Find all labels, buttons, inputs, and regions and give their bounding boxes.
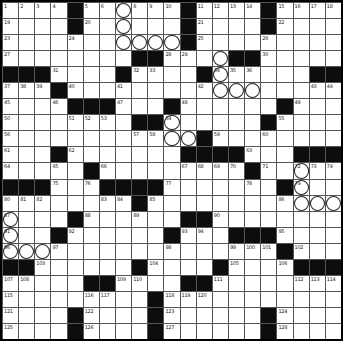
white-square-r13c7[interactable] bbox=[115, 211, 131, 227]
white-square-r18c18[interactable] bbox=[293, 291, 309, 307]
white-square-r18c16[interactable] bbox=[260, 291, 276, 307]
white-square-r1c3[interactable] bbox=[50, 18, 66, 34]
white-square-r19c14[interactable] bbox=[228, 307, 244, 323]
white-square-r0c10[interactable]: 10 bbox=[163, 2, 179, 18]
white-square-r10c10[interactable] bbox=[163, 162, 179, 178]
white-square-r1c14[interactable] bbox=[228, 18, 244, 34]
white-square-r13c9[interactable] bbox=[147, 211, 163, 227]
white-square-r12c11[interactable] bbox=[180, 195, 196, 211]
white-square-r20c6[interactable] bbox=[99, 323, 115, 339]
white-square-r13c0[interactable]: 87 bbox=[2, 211, 18, 227]
white-square-r13c6[interactable] bbox=[99, 211, 115, 227]
white-square-r16c6[interactable] bbox=[99, 259, 115, 275]
white-square-r12c5[interactable] bbox=[83, 195, 99, 211]
white-square-r5c15[interactable] bbox=[244, 82, 260, 98]
white-square-r15c1[interactable] bbox=[18, 243, 34, 259]
white-square-r14c4[interactable]: 92 bbox=[67, 227, 83, 243]
white-square-r12c3[interactable] bbox=[50, 195, 66, 211]
white-square-r6c2[interactable] bbox=[34, 98, 50, 114]
white-square-r17c17[interactable] bbox=[276, 275, 292, 291]
white-square-r0c0[interactable]: 1 bbox=[2, 2, 18, 18]
white-square-r6c20[interactable] bbox=[325, 98, 341, 114]
white-square-r1c5[interactable]: 20 bbox=[83, 18, 99, 34]
white-square-r4c14[interactable]: 35 bbox=[228, 66, 244, 82]
white-square-r9c0[interactable]: 61 bbox=[2, 146, 18, 162]
white-square-r20c15[interactable] bbox=[244, 323, 260, 339]
white-square-r10c19[interactable]: 73 bbox=[309, 162, 325, 178]
white-square-r13c17[interactable] bbox=[276, 211, 292, 227]
white-square-r14c6[interactable] bbox=[99, 227, 115, 243]
white-square-r12c16[interactable] bbox=[260, 195, 276, 211]
white-square-r7c12[interactable] bbox=[196, 114, 212, 130]
white-square-r1c18[interactable] bbox=[293, 18, 309, 34]
white-square-r13c2[interactable] bbox=[34, 211, 50, 227]
white-square-r13c5[interactable]: 88 bbox=[83, 211, 99, 227]
white-square-r20c14[interactable] bbox=[228, 323, 244, 339]
white-square-r19c7[interactable] bbox=[115, 307, 131, 323]
white-square-r18c11[interactable]: 119 bbox=[180, 291, 196, 307]
white-square-r13c16[interactable] bbox=[260, 211, 276, 227]
white-square-r0c1[interactable]: 2 bbox=[18, 2, 34, 18]
white-square-r14c9[interactable] bbox=[147, 227, 163, 243]
white-square-r10c18[interactable]: 72 bbox=[293, 162, 309, 178]
white-square-r8c6[interactable] bbox=[99, 130, 115, 146]
white-square-r5c17[interactable] bbox=[276, 82, 292, 98]
white-square-r2c0[interactable]: 23 bbox=[2, 34, 18, 50]
white-square-r3c18[interactable] bbox=[293, 50, 309, 66]
white-square-r16c14[interactable]: 105 bbox=[228, 259, 244, 275]
white-square-r0c18[interactable]: 16 bbox=[293, 2, 309, 18]
white-square-r8c14[interactable] bbox=[228, 130, 244, 146]
white-square-r17c14[interactable] bbox=[228, 275, 244, 291]
white-square-r10c12[interactable]: 68 bbox=[196, 162, 212, 178]
white-square-r11c18[interactable]: 79 bbox=[293, 179, 309, 195]
white-square-r2c9[interactable] bbox=[147, 34, 163, 50]
white-square-r14c12[interactable]: 94 bbox=[196, 227, 212, 243]
white-square-r7c20[interactable] bbox=[325, 114, 341, 130]
white-square-r7c1[interactable] bbox=[18, 114, 34, 130]
white-square-r11c20[interactable] bbox=[325, 179, 341, 195]
white-square-r16c7[interactable] bbox=[115, 259, 131, 275]
white-square-r5c19[interactable]: 43 bbox=[309, 82, 325, 98]
white-square-r14c11[interactable]: 93 bbox=[180, 227, 196, 243]
white-square-r0c20[interactable]: 18 bbox=[325, 2, 341, 18]
white-square-r8c5[interactable] bbox=[83, 130, 99, 146]
white-square-r13c10[interactable] bbox=[163, 211, 179, 227]
white-square-r8c11[interactable] bbox=[180, 130, 196, 146]
white-square-r4c6[interactable] bbox=[99, 66, 115, 82]
white-square-r18c15[interactable] bbox=[244, 291, 260, 307]
white-square-r2c15[interactable] bbox=[244, 34, 260, 50]
white-square-r20c2[interactable] bbox=[34, 323, 50, 339]
white-square-r16c16[interactable] bbox=[260, 259, 276, 275]
white-square-r2c13[interactable] bbox=[212, 34, 228, 50]
white-square-r5c8[interactable] bbox=[131, 82, 147, 98]
white-square-r19c2[interactable] bbox=[34, 307, 50, 323]
white-square-r3c19[interactable] bbox=[309, 50, 325, 66]
white-square-r9c2[interactable] bbox=[34, 146, 50, 162]
white-square-r2c19[interactable] bbox=[309, 34, 325, 50]
white-square-r19c19[interactable] bbox=[309, 307, 325, 323]
white-square-r17c16[interactable] bbox=[260, 275, 276, 291]
white-square-r13c8[interactable]: 89 bbox=[131, 211, 147, 227]
white-square-r1c12[interactable]: 21 bbox=[196, 18, 212, 34]
white-square-r10c9[interactable] bbox=[147, 162, 163, 178]
white-square-r11c16[interactable] bbox=[260, 179, 276, 195]
white-square-r10c14[interactable]: 70 bbox=[228, 162, 244, 178]
white-square-r20c3[interactable] bbox=[50, 323, 66, 339]
white-square-r3c2[interactable] bbox=[34, 50, 50, 66]
white-square-r16c11[interactable] bbox=[180, 259, 196, 275]
white-square-r6c7[interactable]: 47 bbox=[115, 98, 131, 114]
white-square-r13c13[interactable]: 90 bbox=[212, 211, 228, 227]
white-square-r2c3[interactable] bbox=[50, 34, 66, 50]
white-square-r9c1[interactable] bbox=[18, 146, 34, 162]
white-square-r0c6[interactable]: 6 bbox=[99, 2, 115, 18]
white-square-r18c6[interactable]: 117 bbox=[99, 291, 115, 307]
white-square-r0c7[interactable]: 7 bbox=[115, 2, 131, 18]
white-square-r8c0[interactable]: 56 bbox=[2, 130, 18, 146]
white-square-r19c8[interactable] bbox=[131, 307, 147, 323]
white-square-r2c6[interactable] bbox=[99, 34, 115, 50]
white-square-r2c2[interactable] bbox=[34, 34, 50, 50]
white-square-r10c3[interactable]: 65 bbox=[50, 162, 66, 178]
white-square-r10c8[interactable] bbox=[131, 162, 147, 178]
white-square-r19c17[interactable]: 124 bbox=[276, 307, 292, 323]
white-square-r12c7[interactable]: 84 bbox=[115, 195, 131, 211]
white-square-r2c1[interactable] bbox=[18, 34, 34, 50]
white-square-r15c4[interactable] bbox=[67, 243, 83, 259]
white-square-r16c15[interactable] bbox=[244, 259, 260, 275]
white-square-r15c15[interactable]: 100 bbox=[244, 243, 260, 259]
white-square-r2c10[interactable] bbox=[163, 34, 179, 50]
white-square-r3c5[interactable] bbox=[83, 50, 99, 66]
white-square-r14c7[interactable] bbox=[115, 227, 131, 243]
white-square-r19c12[interactable] bbox=[196, 307, 212, 323]
white-square-r4c3[interactable]: 31 bbox=[50, 66, 66, 82]
white-square-r1c1[interactable] bbox=[18, 18, 34, 34]
white-square-r8c7[interactable] bbox=[115, 130, 131, 146]
white-square-r8c2[interactable] bbox=[34, 130, 50, 146]
white-square-r17c20[interactable]: 114 bbox=[325, 275, 341, 291]
white-square-r0c3[interactable]: 4 bbox=[50, 2, 66, 18]
white-square-r3c6[interactable] bbox=[99, 50, 115, 66]
white-square-r16c12[interactable] bbox=[196, 259, 212, 275]
white-square-r8c8[interactable]: 57 bbox=[131, 130, 147, 146]
white-square-r19c3[interactable] bbox=[50, 307, 66, 323]
white-square-r8c19[interactable] bbox=[309, 130, 325, 146]
white-square-r17c2[interactable] bbox=[34, 275, 50, 291]
white-square-r18c17[interactable] bbox=[276, 291, 292, 307]
white-square-r6c1[interactable] bbox=[18, 98, 34, 114]
white-square-r11c5[interactable]: 76 bbox=[83, 179, 99, 195]
white-square-r11c4[interactable] bbox=[67, 179, 83, 195]
white-square-r16c2[interactable]: 103 bbox=[34, 259, 50, 275]
white-square-r8c3[interactable] bbox=[50, 130, 66, 146]
white-square-r6c8[interactable] bbox=[131, 98, 147, 114]
white-square-r11c15[interactable]: 78 bbox=[244, 179, 260, 195]
white-square-r14c8[interactable] bbox=[131, 227, 147, 243]
white-square-r2c17[interactable] bbox=[276, 34, 292, 50]
white-square-r16c3[interactable] bbox=[50, 259, 66, 275]
white-square-r2c14[interactable] bbox=[228, 34, 244, 50]
white-square-r12c4[interactable] bbox=[67, 195, 83, 211]
white-square-r6c18[interactable]: 49 bbox=[293, 98, 309, 114]
white-square-r3c1[interactable] bbox=[18, 50, 34, 66]
white-square-r9c15[interactable]: 63 bbox=[244, 146, 260, 162]
white-square-r20c18[interactable] bbox=[293, 323, 309, 339]
white-square-r18c19[interactable] bbox=[309, 291, 325, 307]
white-square-r17c1[interactable]: 108 bbox=[18, 275, 34, 291]
white-square-r19c0[interactable]: 121 bbox=[2, 307, 18, 323]
white-square-r15c8[interactable] bbox=[131, 243, 147, 259]
white-square-r9c4[interactable]: 62 bbox=[67, 146, 83, 162]
white-square-r0c9[interactable]: 9 bbox=[147, 2, 163, 18]
white-square-r2c7[interactable] bbox=[115, 34, 131, 50]
white-square-r18c10[interactable]: 118 bbox=[163, 291, 179, 307]
white-square-r15c16[interactable]: 101 bbox=[260, 243, 276, 259]
white-square-r13c18[interactable] bbox=[293, 211, 309, 227]
white-square-r7c17[interactable]: 55 bbox=[276, 114, 292, 130]
white-square-r1c20[interactable] bbox=[325, 18, 341, 34]
white-square-r10c0[interactable]: 64 bbox=[2, 162, 18, 178]
white-square-r5c18[interactable] bbox=[293, 82, 309, 98]
white-square-r11c14[interactable] bbox=[228, 179, 244, 195]
white-square-r5c16[interactable] bbox=[260, 82, 276, 98]
white-square-r17c19[interactable]: 113 bbox=[309, 275, 325, 291]
white-square-r17c10[interactable] bbox=[163, 275, 179, 291]
white-square-r20c1[interactable] bbox=[18, 323, 34, 339]
white-square-r14c0[interactable]: 91 bbox=[2, 227, 18, 243]
white-square-r3c16[interactable]: 30 bbox=[260, 50, 276, 66]
white-square-r15c19[interactable] bbox=[309, 243, 325, 259]
white-square-r19c18[interactable] bbox=[293, 307, 309, 323]
white-square-r2c8[interactable] bbox=[131, 34, 147, 50]
white-square-r12c2[interactable]: 82 bbox=[34, 195, 50, 211]
white-square-r7c18[interactable] bbox=[293, 114, 309, 130]
white-square-r14c20[interactable] bbox=[325, 227, 341, 243]
white-square-r12c6[interactable]: 83 bbox=[99, 195, 115, 211]
white-square-r11c10[interactable]: 77 bbox=[163, 179, 179, 195]
white-square-r12c14[interactable] bbox=[228, 195, 244, 211]
white-square-r4c17[interactable] bbox=[276, 66, 292, 82]
white-square-r6c16[interactable] bbox=[260, 98, 276, 114]
white-square-r11c11[interactable] bbox=[180, 179, 196, 195]
white-square-r20c7[interactable] bbox=[115, 323, 131, 339]
white-square-r5c10[interactable] bbox=[163, 82, 179, 98]
white-square-r0c15[interactable]: 14 bbox=[244, 2, 260, 18]
white-square-r6c13[interactable] bbox=[212, 98, 228, 114]
white-square-r15c13[interactable] bbox=[212, 243, 228, 259]
white-square-r17c9[interactable] bbox=[147, 275, 163, 291]
white-square-r15c6[interactable] bbox=[99, 243, 115, 259]
white-square-r9c6[interactable] bbox=[99, 146, 115, 162]
white-square-r8c9[interactable]: 58 bbox=[147, 130, 163, 146]
white-square-r4c13[interactable]: 34 bbox=[212, 66, 228, 82]
white-square-r9c16[interactable] bbox=[260, 146, 276, 162]
white-square-r18c13[interactable] bbox=[212, 291, 228, 307]
white-square-r12c19[interactable] bbox=[309, 195, 325, 211]
white-square-r7c5[interactable]: 52 bbox=[83, 114, 99, 130]
white-square-r0c8[interactable]: 8 bbox=[131, 2, 147, 18]
white-square-r14c1[interactable] bbox=[18, 227, 34, 243]
white-square-r7c0[interactable]: 50 bbox=[2, 114, 18, 130]
white-square-r8c18[interactable] bbox=[293, 130, 309, 146]
white-square-r9c5[interactable] bbox=[83, 146, 99, 162]
white-square-r1c6[interactable] bbox=[99, 18, 115, 34]
white-square-r12c0[interactable]: 80 bbox=[2, 195, 18, 211]
white-square-r14c19[interactable] bbox=[309, 227, 325, 243]
white-square-r13c14[interactable] bbox=[228, 211, 244, 227]
white-square-r10c7[interactable] bbox=[115, 162, 131, 178]
white-square-r18c1[interactable] bbox=[18, 291, 34, 307]
white-square-r13c20[interactable] bbox=[325, 211, 341, 227]
white-square-r0c17[interactable]: 15 bbox=[276, 2, 292, 18]
white-square-r16c10[interactable] bbox=[163, 259, 179, 275]
white-square-r6c15[interactable] bbox=[244, 98, 260, 114]
white-square-r17c13[interactable]: 111 bbox=[212, 275, 228, 291]
white-square-r5c6[interactable] bbox=[99, 82, 115, 98]
white-square-r7c14[interactable] bbox=[228, 114, 244, 130]
white-square-r12c12[interactable] bbox=[196, 195, 212, 211]
white-square-r20c19[interactable] bbox=[309, 323, 325, 339]
white-square-r2c16[interactable]: 26 bbox=[260, 34, 276, 50]
white-square-r8c17[interactable] bbox=[276, 130, 292, 146]
white-square-r18c0[interactable]: 115 bbox=[2, 291, 18, 307]
white-square-r0c19[interactable]: 17 bbox=[309, 2, 325, 18]
white-square-r6c9[interactable] bbox=[147, 98, 163, 114]
white-square-r6c19[interactable] bbox=[309, 98, 325, 114]
white-square-r17c3[interactable] bbox=[50, 275, 66, 291]
white-square-r19c1[interactable] bbox=[18, 307, 34, 323]
white-square-r7c13[interactable] bbox=[212, 114, 228, 130]
white-square-r1c2[interactable] bbox=[34, 18, 50, 34]
white-square-r19c6[interactable] bbox=[99, 307, 115, 323]
white-square-r4c15[interactable]: 36 bbox=[244, 66, 260, 82]
white-square-r15c0[interactable]: 96 bbox=[2, 243, 18, 259]
white-square-r20c11[interactable] bbox=[180, 323, 196, 339]
white-square-r4c4[interactable] bbox=[67, 66, 83, 82]
white-square-r17c0[interactable]: 107 bbox=[2, 275, 18, 291]
white-square-r12c9[interactable]: 85 bbox=[147, 195, 163, 211]
white-square-r1c8[interactable] bbox=[131, 18, 147, 34]
white-square-r4c5[interactable] bbox=[83, 66, 99, 82]
white-square-r9c10[interactable] bbox=[163, 146, 179, 162]
white-square-r3c12[interactable] bbox=[196, 50, 212, 66]
white-square-r15c14[interactable]: 99 bbox=[228, 243, 244, 259]
white-square-r15c20[interactable] bbox=[325, 243, 341, 259]
white-square-r15c18[interactable]: 102 bbox=[293, 243, 309, 259]
white-square-r7c19[interactable] bbox=[309, 114, 325, 130]
white-square-r15c5[interactable] bbox=[83, 243, 99, 259]
white-square-r12c15[interactable] bbox=[244, 195, 260, 211]
white-square-r1c13[interactable] bbox=[212, 18, 228, 34]
white-square-r16c5[interactable] bbox=[83, 259, 99, 275]
white-square-r17c7[interactable]: 109 bbox=[115, 275, 131, 291]
white-square-r12c20[interactable] bbox=[325, 195, 341, 211]
white-square-r19c10[interactable]: 123 bbox=[163, 307, 179, 323]
white-square-r1c9[interactable] bbox=[147, 18, 163, 34]
white-square-r4c8[interactable]: 32 bbox=[131, 66, 147, 82]
white-square-r16c4[interactable] bbox=[67, 259, 83, 275]
white-square-r11c13[interactable] bbox=[212, 179, 228, 195]
white-square-r2c12[interactable]: 25 bbox=[196, 34, 212, 50]
white-square-r10c11[interactable]: 67 bbox=[180, 162, 196, 178]
white-square-r13c19[interactable] bbox=[309, 211, 325, 227]
white-square-r2c4[interactable]: 24 bbox=[67, 34, 83, 50]
white-square-r3c7[interactable] bbox=[115, 50, 131, 66]
white-square-r18c3[interactable] bbox=[50, 291, 66, 307]
white-square-r18c20[interactable] bbox=[325, 291, 341, 307]
white-square-r5c0[interactable]: 37 bbox=[2, 82, 18, 98]
white-square-r4c11[interactable] bbox=[180, 66, 196, 82]
white-square-r7c4[interactable]: 51 bbox=[67, 114, 83, 130]
white-square-r7c10[interactable]: 54 bbox=[163, 114, 179, 130]
white-square-r13c1[interactable] bbox=[18, 211, 34, 227]
white-square-r5c14[interactable] bbox=[228, 82, 244, 98]
white-square-r14c18[interactable] bbox=[293, 227, 309, 243]
white-square-r6c14[interactable] bbox=[228, 98, 244, 114]
white-square-r20c8[interactable] bbox=[131, 323, 147, 339]
white-square-r3c11[interactable]: 29 bbox=[180, 50, 196, 66]
white-square-r13c15[interactable] bbox=[244, 211, 260, 227]
white-square-r3c17[interactable] bbox=[276, 50, 292, 66]
white-square-r5c1[interactable]: 38 bbox=[18, 82, 34, 98]
white-square-r19c13[interactable] bbox=[212, 307, 228, 323]
white-square-r20c12[interactable] bbox=[196, 323, 212, 339]
white-square-r17c18[interactable]: 112 bbox=[293, 275, 309, 291]
white-square-r15c10[interactable]: 98 bbox=[163, 243, 179, 259]
white-square-r2c5[interactable] bbox=[83, 34, 99, 50]
white-square-r15c11[interactable] bbox=[180, 243, 196, 259]
white-square-r15c12[interactable] bbox=[196, 243, 212, 259]
white-square-r5c7[interactable]: 41 bbox=[115, 82, 131, 98]
white-square-r8c10[interactable] bbox=[163, 130, 179, 146]
white-square-r0c5[interactable]: 5 bbox=[83, 2, 99, 18]
white-square-r0c12[interactable]: 11 bbox=[196, 2, 212, 18]
white-square-r15c9[interactable] bbox=[147, 243, 163, 259]
white-square-r20c13[interactable] bbox=[212, 323, 228, 339]
white-square-r18c8[interactable] bbox=[131, 291, 147, 307]
white-square-r5c20[interactable]: 44 bbox=[325, 82, 341, 98]
white-square-r9c7[interactable] bbox=[115, 146, 131, 162]
white-square-r17c8[interactable]: 110 bbox=[131, 275, 147, 291]
white-square-r5c12[interactable]: 42 bbox=[196, 82, 212, 98]
white-square-r5c9[interactable] bbox=[147, 82, 163, 98]
white-square-r18c12[interactable]: 120 bbox=[196, 291, 212, 307]
white-square-r6c11[interactable]: 48 bbox=[180, 98, 196, 114]
white-square-r19c11[interactable] bbox=[180, 307, 196, 323]
white-square-r2c20[interactable] bbox=[325, 34, 341, 50]
white-square-r14c17[interactable]: 95 bbox=[276, 227, 292, 243]
white-square-r3c4[interactable] bbox=[67, 50, 83, 66]
white-square-r20c20[interactable] bbox=[325, 323, 341, 339]
white-square-r8c13[interactable]: 59 bbox=[212, 130, 228, 146]
white-square-r12c18[interactable] bbox=[293, 195, 309, 211]
white-square-r20c10[interactable]: 127 bbox=[163, 323, 179, 339]
white-square-r20c5[interactable]: 126 bbox=[83, 323, 99, 339]
white-square-r18c4[interactable] bbox=[67, 291, 83, 307]
white-square-r9c8[interactable] bbox=[131, 146, 147, 162]
white-square-r1c15[interactable] bbox=[244, 18, 260, 34]
white-square-r1c17[interactable]: 22 bbox=[276, 18, 292, 34]
white-square-r8c15[interactable] bbox=[244, 130, 260, 146]
white-square-r1c19[interactable] bbox=[309, 18, 325, 34]
white-square-r16c17[interactable]: 106 bbox=[276, 259, 292, 275]
white-square-r7c3[interactable] bbox=[50, 114, 66, 130]
white-square-r9c17[interactable] bbox=[276, 146, 292, 162]
white-square-r10c20[interactable]: 74 bbox=[325, 162, 341, 178]
